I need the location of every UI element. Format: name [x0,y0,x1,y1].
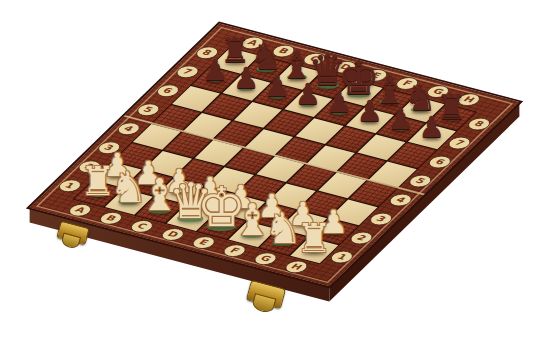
file-label-front-g: G [250,251,280,267]
file-label-front-b: B [96,210,126,226]
file-label-back-f: F [392,75,422,91]
file-label-front-f: F [219,243,249,259]
chess-set-photo: AABBCCDDEEFFGGHH8877665544332211 ♜♞♝♛♚♝♞… [0,0,533,355]
brass-clasp-left-icon [56,220,90,245]
file-label-back-c: C [299,51,329,67]
file-label-back-a: A [238,35,268,51]
brass-clasp-right-icon [246,280,286,310]
file-label-front-h: H [281,259,311,275]
file-label-front-c: C [127,218,157,234]
file-label-back-e: E [361,67,391,83]
file-label-front-a: A [65,202,95,218]
file-label-back-d: D [330,59,360,75]
file-label-front-d: D [158,226,188,242]
file-label-back-b: B [269,43,299,59]
file-label-back-g: G [423,83,453,99]
file-label-front-e: E [189,234,219,250]
file-label-back-h: H [454,91,484,107]
chess-board: AABBCCDDEEFFGGHH8877665544332211 [30,24,520,287]
